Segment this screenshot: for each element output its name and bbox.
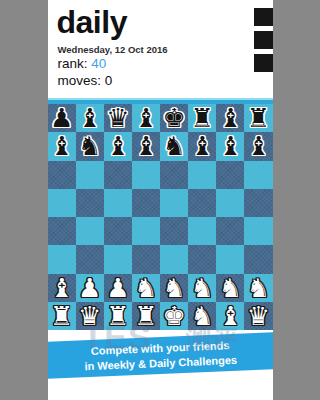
- board-square[interactable]: ♛: [244, 302, 272, 330]
- board-square[interactable]: ♞: [188, 274, 216, 302]
- piece-black-bishop[interactable]: ♝: [106, 133, 129, 159]
- board-square[interactable]: ♞: [188, 302, 216, 330]
- board-square[interactable]: ♝: [132, 132, 160, 160]
- board-square[interactable]: ♛: [104, 104, 132, 132]
- board-square[interactable]: [216, 245, 244, 273]
- piece-white-pawn[interactable]: ♟: [78, 275, 101, 301]
- piece-black-bishop[interactable]: ♝: [219, 133, 242, 159]
- board-square[interactable]: [132, 245, 160, 273]
- moves-value: 0: [105, 73, 113, 88]
- piece-black-bishop[interactable]: ♝: [191, 133, 214, 159]
- piece-black-rook[interactable]: ♜: [247, 105, 270, 131]
- piece-white-rook[interactable]: ♜: [106, 303, 129, 329]
- board-square[interactable]: [76, 189, 104, 217]
- board-square[interactable]: [160, 245, 188, 273]
- piece-black-bishop[interactable]: ♝: [78, 105, 101, 131]
- board-square[interactable]: ♟: [48, 104, 76, 132]
- board-square[interactable]: ♝: [216, 132, 244, 160]
- piece-white-knight[interactable]: ♞: [162, 275, 185, 301]
- board-square[interactable]: [244, 189, 272, 217]
- board-square[interactable]: ♝: [48, 132, 76, 160]
- rank-value: 40: [91, 56, 106, 71]
- menu-bar: [254, 31, 273, 49]
- board-square[interactable]: [104, 161, 132, 189]
- piece-white-bishop[interactable]: ♝: [219, 303, 242, 329]
- piece-black-pawn[interactable]: ♟: [50, 105, 73, 131]
- piece-black-rook[interactable]: ♜: [191, 105, 214, 131]
- rank-row: rank: 40: [58, 56, 107, 71]
- board-square[interactable]: [188, 217, 216, 245]
- board-square[interactable]: [160, 189, 188, 217]
- board-square[interactable]: ♜: [48, 302, 76, 330]
- piece-white-queen[interactable]: ♛: [78, 303, 101, 329]
- board-square[interactable]: ♟: [76, 274, 104, 302]
- page-title: daily: [57, 4, 127, 41]
- board-square[interactable]: [104, 245, 132, 273]
- piece-black-bishop[interactable]: ♝: [134, 133, 157, 159]
- board-square[interactable]: ♝: [48, 274, 76, 302]
- board-square[interactable]: [104, 217, 132, 245]
- moves-row: moves: 0: [58, 73, 113, 88]
- piece-white-queen[interactable]: ♛: [247, 303, 270, 329]
- board-square[interactable]: ♚: [160, 302, 188, 330]
- menu-bar: [254, 8, 273, 26]
- board-square[interactable]: [104, 189, 132, 217]
- board-square[interactable]: ♞: [76, 132, 104, 160]
- piece-white-knight[interactable]: ♞: [247, 275, 270, 301]
- board-square[interactable]: ♚: [160, 104, 188, 132]
- board-square[interactable]: [132, 217, 160, 245]
- moves-label: moves:: [58, 73, 102, 88]
- piece-black-bishop[interactable]: ♝: [219, 105, 242, 131]
- piece-black-king[interactable]: ♚: [162, 105, 185, 131]
- challenge-date: Wednesday, 12 Oct 2016: [58, 44, 168, 55]
- board-square[interactable]: [188, 245, 216, 273]
- challenge-cta-banner[interactable]: Compete with your friends in Weekly & Da…: [48, 332, 273, 379]
- board-square[interactable]: [132, 189, 160, 217]
- board-square[interactable]: [188, 161, 216, 189]
- board-square[interactable]: ♛: [76, 302, 104, 330]
- board-square[interactable]: [132, 161, 160, 189]
- piece-white-bishop[interactable]: ♝: [50, 275, 73, 301]
- piece-black-bishop[interactable]: ♝: [247, 133, 270, 159]
- board-square[interactable]: [188, 189, 216, 217]
- piece-white-knight[interactable]: ♞: [219, 275, 242, 301]
- board-square[interactable]: [48, 217, 76, 245]
- piece-white-knight[interactable]: ♞: [191, 303, 214, 329]
- board-square[interactable]: ♜: [244, 104, 272, 132]
- board-square[interactable]: ♞: [132, 274, 160, 302]
- piece-white-pawn[interactable]: ♟: [106, 275, 129, 301]
- board-square[interactable]: [244, 161, 272, 189]
- board-square[interactable]: [244, 245, 272, 273]
- board-square[interactable]: ♝: [76, 104, 104, 132]
- piece-white-king[interactable]: ♚: [162, 303, 185, 329]
- board-square[interactable]: ♟: [104, 274, 132, 302]
- board-square[interactable]: [216, 161, 244, 189]
- board-square[interactable]: [160, 161, 188, 189]
- daily-challenge-screen: daily Wednesday, 12 Oct 2016 rank: 40 mo…: [48, 0, 273, 400]
- board-square[interactable]: [76, 161, 104, 189]
- board-square[interactable]: [76, 245, 104, 273]
- board-square[interactable]: ♝: [216, 302, 244, 330]
- chess-board: ♟♝♛♝♚♜♝♜♝♞♝♝♞♝♝♝♝♟♟♞♞♞♞♞♜♛♜♜♚♞♝♛: [48, 104, 273, 330]
- piece-black-queen[interactable]: ♛: [106, 105, 129, 131]
- board-square[interactable]: ♜: [104, 302, 132, 330]
- board-square[interactable]: ♝: [104, 132, 132, 160]
- board-square[interactable]: ♝: [188, 132, 216, 160]
- piece-white-rook[interactable]: ♜: [50, 303, 73, 329]
- board-square[interactable]: ♞: [160, 132, 188, 160]
- board-square[interactable]: ♞: [160, 274, 188, 302]
- board-square[interactable]: [160, 217, 188, 245]
- board-square[interactable]: [76, 217, 104, 245]
- piece-black-bishop[interactable]: ♝: [134, 105, 157, 131]
- piece-white-rook[interactable]: ♜: [134, 303, 157, 329]
- piece-black-bishop[interactable]: ♝: [50, 133, 73, 159]
- piece-black-knight[interactable]: ♞: [162, 133, 185, 159]
- menu-stripes-icon[interactable]: [254, 8, 273, 77]
- rank-label: rank:: [58, 56, 88, 71]
- board-square[interactable]: ♜: [132, 302, 160, 330]
- board-square[interactable]: [216, 189, 244, 217]
- piece-white-knight[interactable]: ♞: [191, 275, 214, 301]
- board-square[interactable]: ♝: [132, 104, 160, 132]
- board-square[interactable]: [48, 245, 76, 273]
- piece-black-knight[interactable]: ♞: [78, 133, 101, 159]
- board-square[interactable]: [48, 189, 76, 217]
- piece-white-knight[interactable]: ♞: [134, 275, 157, 301]
- board-square[interactable]: ♞: [216, 274, 244, 302]
- board-square[interactable]: [48, 161, 76, 189]
- board-square[interactable]: ♝: [244, 132, 272, 160]
- menu-bar: [254, 54, 273, 72]
- board-square[interactable]: [244, 217, 272, 245]
- board-square[interactable]: ♝: [216, 104, 244, 132]
- board-square[interactable]: ♜: [188, 104, 216, 132]
- board-square[interactable]: ♞: [244, 274, 272, 302]
- board-square[interactable]: [216, 217, 244, 245]
